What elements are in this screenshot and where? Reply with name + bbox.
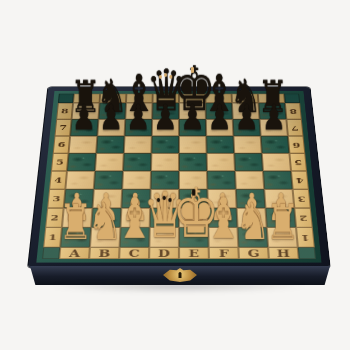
king-finial-light: [191, 67, 194, 73]
keyhole-icon: [179, 272, 182, 278]
photo-backdrop: 8877665544332211ABCDEFGH ♜♞♝♛♚♝♞♜♟♟♟♟♟♟♟…: [0, 0, 350, 350]
piece-white-bishop-f1[interactable]: ♝: [202, 193, 245, 245]
piece-white-rook-h1[interactable]: ♜: [261, 200, 304, 245]
king-finial-dark: [192, 189, 195, 195]
rank-label-right-text: 8: [289, 107, 297, 115]
chess-board: 8877665544332211ABCDEFGH ♜♞♝♛♚♝♞♜♟♟♟♟♟♟♟…: [28, 87, 330, 268]
piece-white-rook-a1[interactable]: ♜: [54, 200, 97, 245]
white-bishop-glyph: ♝: [113, 193, 156, 245]
piece-white-bishop-c1[interactable]: ♝: [113, 193, 156, 245]
rank-label-right-text: 5: [294, 158, 302, 166]
rank-label-right-text: 7: [291, 124, 299, 132]
rank-label-right-text: 6: [292, 141, 300, 149]
pieces-layer: ♜♞♝♛♚♝♞♜♟♟♟♟♟♟♟♟♟♟♟♟♟♟♟♟♜♞♝♛♚♝♞♜: [28, 87, 330, 268]
white-bishop-glyph: ♝: [202, 193, 245, 245]
brass-latch-icon: [163, 268, 197, 282]
black-pawn-glyph: ♟: [254, 102, 293, 134]
white-rook-glyph: ♜: [54, 200, 97, 245]
white-rook-glyph: ♜: [261, 200, 304, 245]
piece-black-pawn-h7[interactable]: ♟: [254, 102, 293, 134]
shadow: [45, 283, 310, 293]
